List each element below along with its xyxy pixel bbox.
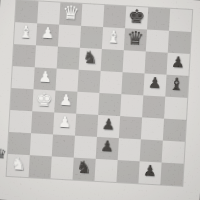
square-b4: ♚ bbox=[32, 89, 55, 112]
white-pawn: ♟ bbox=[38, 69, 52, 85]
chess-board: ♛♚♝♟♝♛♞♟♟♟♝♚♟♟♟♟♞♞♟ bbox=[7, 0, 193, 186]
chess-photo: ♛ ♛♚♝♟♝♛♞♟♟♟♝♚♟♟♟♟♞♞♟ bbox=[0, 0, 200, 200]
white-bishop: ♝ bbox=[18, 23, 34, 41]
square-a1: ♞ bbox=[7, 154, 30, 177]
square-d3 bbox=[75, 114, 98, 137]
square-f1 bbox=[116, 160, 139, 183]
square-d6: ♞ bbox=[79, 48, 102, 71]
square-h3 bbox=[163, 119, 186, 142]
square-c1 bbox=[51, 156, 74, 179]
square-d8 bbox=[81, 4, 104, 27]
black-queen: ♛ bbox=[126, 28, 144, 48]
square-g5: ♟ bbox=[143, 73, 166, 96]
black-king: ♚ bbox=[128, 6, 146, 26]
square-g3 bbox=[141, 117, 164, 140]
square-f6 bbox=[123, 50, 146, 73]
square-g1: ♟ bbox=[138, 161, 161, 184]
black-pawn: ♟ bbox=[143, 163, 157, 179]
square-g7 bbox=[146, 30, 169, 53]
square-d5 bbox=[77, 70, 100, 93]
square-a6 bbox=[13, 44, 36, 67]
square-f3 bbox=[119, 116, 142, 139]
square-g6 bbox=[145, 51, 168, 74]
square-f7: ♛ bbox=[124, 28, 147, 51]
square-b8 bbox=[37, 1, 60, 24]
square-a7: ♝ bbox=[14, 22, 37, 45]
square-b6 bbox=[35, 45, 58, 68]
square-e5 bbox=[99, 71, 122, 94]
square-c7 bbox=[58, 25, 81, 48]
white-queen: ♛ bbox=[62, 2, 80, 22]
square-d4 bbox=[76, 92, 99, 115]
black-pawn: ♟ bbox=[148, 75, 162, 91]
square-e2: ♟ bbox=[96, 137, 119, 160]
white-knight: ♞ bbox=[10, 155, 26, 173]
black-knight: ♞ bbox=[76, 158, 92, 176]
square-b7: ♟ bbox=[36, 23, 59, 46]
square-b2 bbox=[30, 133, 53, 156]
square-e1 bbox=[94, 159, 117, 182]
square-g2 bbox=[140, 139, 163, 162]
square-c6 bbox=[57, 47, 80, 70]
square-e7: ♝ bbox=[102, 27, 125, 50]
square-e6 bbox=[101, 49, 124, 72]
white-king: ♚ bbox=[35, 89, 53, 109]
square-f2 bbox=[118, 138, 141, 161]
square-h4 bbox=[164, 97, 187, 120]
square-c4: ♟ bbox=[54, 90, 77, 113]
square-c2 bbox=[52, 134, 75, 157]
square-g4 bbox=[142, 95, 165, 118]
square-b3 bbox=[31, 111, 54, 134]
square-d1: ♞ bbox=[73, 158, 96, 181]
white-pawn: ♟ bbox=[59, 92, 73, 108]
chess-board-margin: ♛ ♛♚♝♟♝♛♞♟♟♟♝♚♟♟♟♟♞♞♟ bbox=[0, 0, 200, 200]
white-pawn: ♟ bbox=[58, 114, 72, 130]
square-a5 bbox=[12, 66, 35, 89]
square-f4 bbox=[120, 94, 143, 117]
black-knight: ♞ bbox=[82, 48, 98, 66]
square-h1 bbox=[160, 163, 183, 186]
square-a3 bbox=[9, 110, 32, 133]
black-bishop: ♝ bbox=[169, 75, 185, 93]
black-pawn: ♟ bbox=[100, 139, 114, 155]
square-a4 bbox=[10, 88, 33, 111]
square-e4 bbox=[98, 93, 121, 116]
square-c5 bbox=[55, 69, 78, 92]
square-h8 bbox=[169, 9, 192, 32]
square-g8 bbox=[147, 8, 170, 31]
white-pawn: ♟ bbox=[41, 25, 55, 41]
white-bishop: ♝ bbox=[105, 28, 121, 46]
square-b1 bbox=[29, 155, 52, 178]
square-h5: ♝ bbox=[165, 75, 188, 98]
black-pawn: ♟ bbox=[171, 54, 185, 70]
square-h7 bbox=[168, 31, 191, 54]
square-f5 bbox=[121, 72, 144, 95]
square-e3: ♟ bbox=[97, 115, 120, 138]
square-c8: ♛ bbox=[59, 3, 82, 26]
square-h2 bbox=[162, 141, 185, 164]
square-c3: ♟ bbox=[53, 112, 76, 135]
black-pawn: ♟ bbox=[102, 117, 116, 133]
